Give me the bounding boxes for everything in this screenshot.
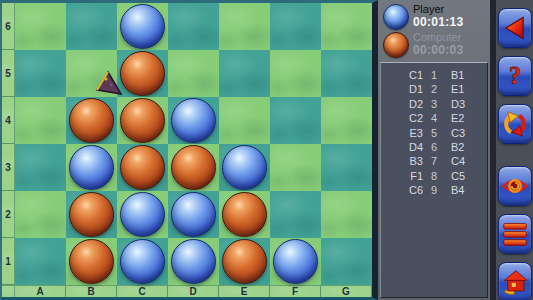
side-panel: Player 00:01:13 Computer 00:00:03 C11B1D… bbox=[378, 0, 490, 300]
home-icon bbox=[502, 269, 528, 295]
back-arrow-icon bbox=[502, 15, 528, 41]
move-row-3: D23D3 bbox=[381, 97, 487, 111]
orange-piece-B4 bbox=[69, 98, 114, 143]
player-move: D2 bbox=[381, 97, 423, 111]
move-number: 5 bbox=[423, 126, 445, 140]
blue-piece-E3 bbox=[222, 145, 267, 190]
move-list[interactable]: C11B1D12E1D23D3C24E2E35C3D46B2B37C4F18C5… bbox=[380, 62, 488, 298]
player-move: C2 bbox=[381, 111, 423, 125]
col-label-C: C bbox=[117, 285, 168, 297]
square-E5[interactable] bbox=[219, 50, 270, 97]
square-B5[interactable] bbox=[66, 50, 117, 97]
cursor-marker bbox=[95, 71, 123, 99]
player-time: 00:01:13 bbox=[413, 16, 463, 29]
computer-clock-row: Computer 00:00:03 bbox=[382, 31, 490, 59]
player-move: E3 bbox=[381, 126, 423, 140]
square-A3[interactable] bbox=[15, 144, 66, 191]
square-E2[interactable] bbox=[219, 191, 270, 238]
blue-piece-F1 bbox=[273, 239, 318, 284]
orange-piece-E1 bbox=[222, 239, 267, 284]
computer-move: B2 bbox=[445, 140, 487, 154]
back-button[interactable] bbox=[498, 8, 532, 48]
player-piece-icon bbox=[383, 4, 409, 30]
home-button[interactable] bbox=[498, 262, 532, 300]
question-mark-icon: ? bbox=[502, 63, 528, 89]
computer-move: C4 bbox=[445, 154, 487, 168]
square-C6[interactable] bbox=[117, 3, 168, 50]
row-label-6: 6 bbox=[2, 3, 15, 50]
computer-move: C5 bbox=[445, 169, 487, 183]
orange-piece-B1 bbox=[69, 239, 114, 284]
move-number: 1 bbox=[423, 68, 445, 82]
player-move: D1 bbox=[381, 82, 423, 96]
square-G6[interactable] bbox=[321, 3, 372, 50]
square-E6[interactable] bbox=[219, 3, 270, 50]
computer-move: E1 bbox=[445, 82, 487, 96]
orange-piece-C5 bbox=[120, 51, 165, 96]
square-A4[interactable] bbox=[15, 97, 66, 144]
col-label-F: F bbox=[270, 285, 321, 297]
move-number: 6 bbox=[423, 140, 445, 154]
square-D2[interactable] bbox=[168, 191, 219, 238]
square-D3[interactable] bbox=[168, 144, 219, 191]
computer-move: E2 bbox=[445, 111, 487, 125]
help-button[interactable]: ? bbox=[498, 56, 532, 96]
square-G3[interactable] bbox=[321, 144, 372, 191]
orange-piece-E2 bbox=[222, 192, 267, 237]
orange-piece-C3 bbox=[120, 145, 165, 190]
square-E1[interactable] bbox=[219, 238, 270, 285]
square-F1[interactable] bbox=[270, 238, 321, 285]
restart-button[interactable] bbox=[498, 104, 532, 144]
square-F6[interactable] bbox=[270, 3, 321, 50]
square-A2[interactable] bbox=[15, 191, 66, 238]
move-number: 7 bbox=[423, 154, 445, 168]
move-number: 9 bbox=[423, 183, 445, 197]
player-clock-row: Player 00:01:13 bbox=[382, 3, 490, 31]
row-label-3: 3 bbox=[2, 144, 15, 191]
orange-piece-D3 bbox=[171, 145, 216, 190]
square-C1[interactable] bbox=[117, 238, 168, 285]
move-row-5: E35C3 bbox=[381, 126, 487, 140]
orange-piece-B2 bbox=[69, 192, 114, 237]
menu-bars-icon bbox=[502, 221, 528, 247]
square-E3[interactable] bbox=[219, 144, 270, 191]
col-label-B: B bbox=[66, 285, 117, 297]
player-move: C1 bbox=[381, 68, 423, 82]
col-label-E: E bbox=[219, 285, 270, 297]
computer-piece-icon bbox=[383, 32, 409, 58]
player-move: D4 bbox=[381, 140, 423, 154]
player-move: B3 bbox=[381, 154, 423, 168]
square-B1[interactable] bbox=[66, 238, 117, 285]
blue-piece-C2 bbox=[120, 192, 165, 237]
toolbar: ? bbox=[490, 0, 533, 300]
move-row-2: D12E1 bbox=[381, 82, 487, 96]
col-label-A: A bbox=[15, 285, 66, 297]
move-row-1: C11B1 bbox=[381, 68, 487, 82]
move-row-8: F18C5 bbox=[381, 169, 487, 183]
square-B3[interactable] bbox=[66, 144, 117, 191]
move-number: 8 bbox=[423, 169, 445, 183]
square-C3[interactable] bbox=[117, 144, 168, 191]
square-A1[interactable] bbox=[15, 238, 66, 285]
col-label-D: D bbox=[168, 285, 219, 297]
computer-move: D3 bbox=[445, 97, 487, 111]
computer-time: 00:00:03 bbox=[413, 44, 463, 57]
square-F3[interactable] bbox=[270, 144, 321, 191]
square-D4[interactable] bbox=[168, 97, 219, 144]
square-F2[interactable] bbox=[270, 191, 321, 238]
computer-move: B1 bbox=[445, 68, 487, 82]
square-B2[interactable] bbox=[66, 191, 117, 238]
move-row-6: D46B2 bbox=[381, 140, 487, 154]
row-label-2: 2 bbox=[2, 191, 15, 238]
square-F4[interactable] bbox=[270, 97, 321, 144]
move-number: 3 bbox=[423, 97, 445, 111]
square-C4[interactable] bbox=[117, 97, 168, 144]
svg-text:?: ? bbox=[508, 63, 520, 89]
player-move: C6 bbox=[381, 183, 423, 197]
square-G4[interactable] bbox=[321, 97, 372, 144]
move-row-7: B37C4 bbox=[381, 154, 487, 168]
restart-arrows-icon bbox=[502, 111, 528, 137]
square-C2[interactable] bbox=[117, 191, 168, 238]
move-row-9: C69B4 bbox=[381, 183, 487, 197]
eye-icon bbox=[502, 173, 528, 199]
row-label-1: 1 bbox=[2, 238, 15, 285]
hint-button[interactable] bbox=[498, 166, 532, 206]
square-F5[interactable] bbox=[270, 50, 321, 97]
square-A5[interactable] bbox=[15, 50, 66, 97]
menu-button[interactable] bbox=[498, 214, 532, 254]
square-B4[interactable] bbox=[66, 97, 117, 144]
four-in-a-line-app: 654321ABCDEFG Player 00:01:13 Computer 0… bbox=[0, 0, 533, 300]
square-G1[interactable] bbox=[321, 238, 372, 285]
square-D5[interactable] bbox=[168, 50, 219, 97]
move-number: 4 bbox=[423, 111, 445, 125]
computer-move: C3 bbox=[445, 126, 487, 140]
square-E4[interactable] bbox=[219, 97, 270, 144]
square-A6[interactable] bbox=[15, 3, 66, 50]
computer-move: B4 bbox=[445, 183, 487, 197]
clocks: Player 00:01:13 Computer 00:00:03 bbox=[378, 0, 490, 60]
blue-piece-D2 bbox=[171, 192, 216, 237]
orange-piece-C4 bbox=[120, 98, 165, 143]
blue-piece-C6 bbox=[120, 4, 165, 49]
square-G5[interactable] bbox=[321, 50, 372, 97]
square-D6[interactable] bbox=[168, 3, 219, 50]
col-label-G: G bbox=[321, 285, 372, 297]
board: 654321ABCDEFG bbox=[0, 0, 378, 300]
board-grid: 654321ABCDEFG bbox=[2, 3, 372, 297]
blue-piece-D1 bbox=[171, 239, 216, 284]
corner-label bbox=[2, 285, 15, 297]
square-B6[interactable] bbox=[66, 3, 117, 50]
player-move: F1 bbox=[381, 169, 423, 183]
square-G2[interactable] bbox=[321, 191, 372, 238]
move-row-4: C24E2 bbox=[381, 111, 487, 125]
square-C5[interactable] bbox=[117, 50, 168, 97]
blue-piece-D4 bbox=[171, 98, 216, 143]
row-label-4: 4 bbox=[2, 97, 15, 144]
row-label-5: 5 bbox=[2, 50, 15, 97]
blue-piece-C1 bbox=[120, 239, 165, 284]
blue-piece-B3 bbox=[69, 145, 114, 190]
move-number: 2 bbox=[423, 82, 445, 96]
square-D1[interactable] bbox=[168, 238, 219, 285]
